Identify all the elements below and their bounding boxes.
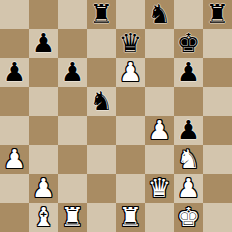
square-c2[interactable]	[58, 174, 87, 203]
square-b1[interactable]: ♝	[29, 203, 58, 232]
piece-black-pawn: ♟	[32, 29, 55, 58]
square-g3[interactable]: ♞	[174, 145, 203, 174]
piece-black-rook: ♜	[206, 0, 229, 29]
square-d2[interactable]	[87, 174, 116, 203]
square-a6[interactable]: ♟	[0, 58, 29, 87]
square-h3[interactable]	[203, 145, 232, 174]
piece-white-pawn: ♟	[32, 174, 55, 203]
square-b8[interactable]	[29, 0, 58, 29]
square-d1[interactable]	[87, 203, 116, 232]
square-d5[interactable]: ♞	[87, 87, 116, 116]
square-e4[interactable]	[116, 116, 145, 145]
piece-white-rook: ♜	[61, 203, 84, 232]
square-e8[interactable]	[116, 0, 145, 29]
square-b4[interactable]	[29, 116, 58, 145]
piece-white-rook: ♜	[119, 203, 142, 232]
square-b2[interactable]: ♟	[29, 174, 58, 203]
square-g8[interactable]	[174, 0, 203, 29]
piece-white-knight: ♞	[177, 145, 200, 174]
square-e6[interactable]: ♟	[116, 58, 145, 87]
piece-black-queen: ♛	[119, 29, 142, 58]
square-c5[interactable]	[58, 87, 87, 116]
square-g4[interactable]: ♟	[174, 116, 203, 145]
piece-black-pawn: ♟	[177, 116, 200, 145]
square-c7[interactable]	[58, 29, 87, 58]
piece-white-bishop: ♝	[32, 203, 55, 232]
square-a8[interactable]	[0, 0, 29, 29]
square-d6[interactable]	[87, 58, 116, 87]
square-f4[interactable]: ♟	[145, 116, 174, 145]
square-b7[interactable]: ♟	[29, 29, 58, 58]
square-a2[interactable]	[0, 174, 29, 203]
square-e1[interactable]: ♜	[116, 203, 145, 232]
square-e2[interactable]	[116, 174, 145, 203]
square-a3[interactable]: ♟	[0, 145, 29, 174]
piece-white-pawn: ♟	[148, 116, 171, 145]
square-h7[interactable]	[203, 29, 232, 58]
square-h5[interactable]	[203, 87, 232, 116]
square-h8[interactable]: ♜	[203, 0, 232, 29]
chess-board: ♜♞♜♟♛♚♟♟♟♟♞♟♟♟♞♟♛♟♝♜♜♚	[0, 0, 232, 232]
piece-black-knight: ♞	[148, 0, 171, 29]
square-d3[interactable]	[87, 145, 116, 174]
piece-black-rook: ♜	[90, 0, 113, 29]
piece-black-knight: ♞	[90, 87, 113, 116]
square-f2[interactable]: ♛	[145, 174, 174, 203]
square-a7[interactable]	[0, 29, 29, 58]
square-g7[interactable]: ♚	[174, 29, 203, 58]
square-f5[interactable]	[145, 87, 174, 116]
square-b6[interactable]	[29, 58, 58, 87]
square-f1[interactable]	[145, 203, 174, 232]
square-d4[interactable]	[87, 116, 116, 145]
square-h1[interactable]	[203, 203, 232, 232]
square-b3[interactable]	[29, 145, 58, 174]
square-g6[interactable]: ♟	[174, 58, 203, 87]
square-c3[interactable]	[58, 145, 87, 174]
piece-black-pawn: ♟	[3, 58, 26, 87]
square-c8[interactable]	[58, 0, 87, 29]
square-e7[interactable]: ♛	[116, 29, 145, 58]
square-e3[interactable]	[116, 145, 145, 174]
square-e5[interactable]	[116, 87, 145, 116]
square-f7[interactable]	[145, 29, 174, 58]
square-h4[interactable]	[203, 116, 232, 145]
square-f3[interactable]	[145, 145, 174, 174]
square-f6[interactable]	[145, 58, 174, 87]
square-a4[interactable]	[0, 116, 29, 145]
piece-black-king: ♚	[177, 29, 200, 58]
square-c1[interactable]: ♜	[58, 203, 87, 232]
square-g1[interactable]: ♚	[174, 203, 203, 232]
square-c4[interactable]	[58, 116, 87, 145]
piece-white-pawn: ♟	[3, 145, 26, 174]
square-a5[interactable]	[0, 87, 29, 116]
square-h6[interactable]	[203, 58, 232, 87]
piece-white-pawn: ♟	[177, 174, 200, 203]
square-d8[interactable]: ♜	[87, 0, 116, 29]
square-h2[interactable]	[203, 174, 232, 203]
square-d7[interactable]	[87, 29, 116, 58]
piece-black-pawn: ♟	[177, 58, 200, 87]
square-c6[interactable]: ♟	[58, 58, 87, 87]
piece-white-pawn: ♟	[119, 58, 142, 87]
piece-black-pawn: ♟	[61, 58, 84, 87]
square-g2[interactable]: ♟	[174, 174, 203, 203]
piece-white-king: ♚	[177, 203, 200, 232]
square-g5[interactable]	[174, 87, 203, 116]
square-f8[interactable]: ♞	[145, 0, 174, 29]
piece-white-queen: ♛	[148, 174, 171, 203]
square-a1[interactable]	[0, 203, 29, 232]
square-b5[interactable]	[29, 87, 58, 116]
